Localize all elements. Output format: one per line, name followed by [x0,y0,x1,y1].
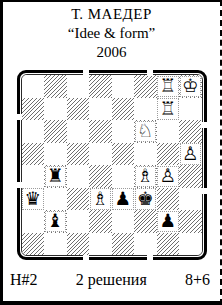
board-grid: ♖♔♖♘♙♜♗♙♛♗♟♚♝♟ [22,75,202,255]
square-c7 [67,98,90,121]
black-rook-b4: ♜ [45,166,67,188]
white-rook-g8: ♖ [157,76,179,98]
white-rook-g7: ♖ [157,98,179,120]
square-f8 [134,75,157,98]
square-e2 [112,210,135,233]
square-b8 [44,75,67,98]
square-c8 [67,75,90,98]
black-bishop-b2: ♝ [45,211,67,233]
square-d7 [89,98,112,121]
square-d6 [89,120,112,143]
square-b4: ♜ [44,165,67,188]
white-king-h8: ♔ [180,76,202,98]
square-h2 [179,210,202,233]
black-king-f3: ♚ [135,188,157,210]
square-f3: ♚ [134,188,157,211]
border-tick-bottom-1 [83,255,89,261]
border-tick-right-2 [201,188,207,194]
square-f1 [134,233,157,256]
square-g5 [157,143,180,166]
black-pawn-g2: ♟ [157,211,179,233]
square-d2 [89,210,112,233]
square-e1 [112,233,135,256]
problem-header: Т. МАЕДЕР “Idee & form” 2006 [3,5,220,62]
square-h4 [179,165,202,188]
black-pawn-e3: ♟ [112,188,134,210]
square-a1 [22,233,45,256]
square-f2 [134,210,157,233]
square-d8 [89,75,112,98]
square-b7 [44,98,67,121]
square-c6 [67,120,90,143]
square-c1 [67,233,90,256]
square-g2: ♟ [157,210,180,233]
square-d5 [89,143,112,166]
square-a6 [22,120,45,143]
square-h5: ♙ [179,143,202,166]
square-f7 [134,98,157,121]
square-b2: ♝ [44,210,67,233]
square-h3 [179,188,202,211]
square-e5 [112,143,135,166]
white-bishop-f4: ♗ [135,166,157,188]
chessboard: ♖♔♖♘♙♜♗♙♛♗♟♚♝♟ [17,70,207,260]
square-f5 [134,143,157,166]
white-knight-f6: ♘ [135,121,157,143]
source-title: “Idee & form” [3,24,220,43]
border-tick-right-1 [201,122,207,128]
square-c5 [67,143,90,166]
author-name: Т. МАЕДЕР [3,5,220,24]
square-e6 [112,120,135,143]
square-e3: ♟ [112,188,135,211]
border-tick-top-2 [147,70,153,76]
square-a5 [22,143,45,166]
square-g6 [157,120,180,143]
square-d1 [89,233,112,256]
material-count: 8+6 [185,271,210,289]
square-f6: ♘ [134,120,157,143]
square-d3: ♗ [89,188,112,211]
border-tick-bottom-2 [147,255,153,261]
border-tick-top-1 [83,70,89,76]
square-d4 [89,165,112,188]
square-g8: ♖ [157,75,180,98]
page-frame: Т. МАЕДЕР “Idee & form” 2006 ♖♔♖♘♙♜♗♙♛♗♟… [0,0,222,305]
border-tick-left-2 [16,182,22,188]
square-e7 [112,98,135,121]
stipulation: H#2 [10,271,38,289]
square-h7 [179,98,202,121]
square-a8 [22,75,45,98]
square-a2 [22,210,45,233]
black-queen-a3: ♛ [22,188,44,210]
solutions-count: 2 решения [76,271,147,289]
square-c2 [67,210,90,233]
problem-caption: H#2 2 решения 8+6 [10,271,210,289]
square-b3 [44,188,67,211]
white-pawn-g4: ♙ [157,166,179,188]
square-f4: ♗ [134,165,157,188]
square-e4 [112,165,135,188]
square-e8 [112,75,135,98]
square-h6 [179,120,202,143]
square-a3: ♛ [22,188,45,211]
square-a7 [22,98,45,121]
square-b5 [44,143,67,166]
square-g7: ♖ [157,98,180,121]
square-g3 [157,188,180,211]
white-pawn-h5: ♙ [180,143,202,165]
square-c4 [67,165,90,188]
publication-year: 2006 [3,43,220,62]
border-tick-left-1 [16,114,22,120]
square-h1 [179,233,202,256]
square-c3 [67,188,90,211]
board-border-outer: ♖♔♖♘♙♜♗♙♛♗♟♚♝♟ [17,70,207,260]
white-bishop-d3: ♗ [90,188,112,210]
board-border-inner: ♖♔♖♘♙♜♗♙♛♗♟♚♝♟ [21,74,203,256]
square-a4 [22,165,45,188]
square-b6 [44,120,67,143]
square-h8: ♔ [179,75,202,98]
square-b1 [44,233,67,256]
square-g4: ♙ [157,165,180,188]
square-g1 [157,233,180,256]
